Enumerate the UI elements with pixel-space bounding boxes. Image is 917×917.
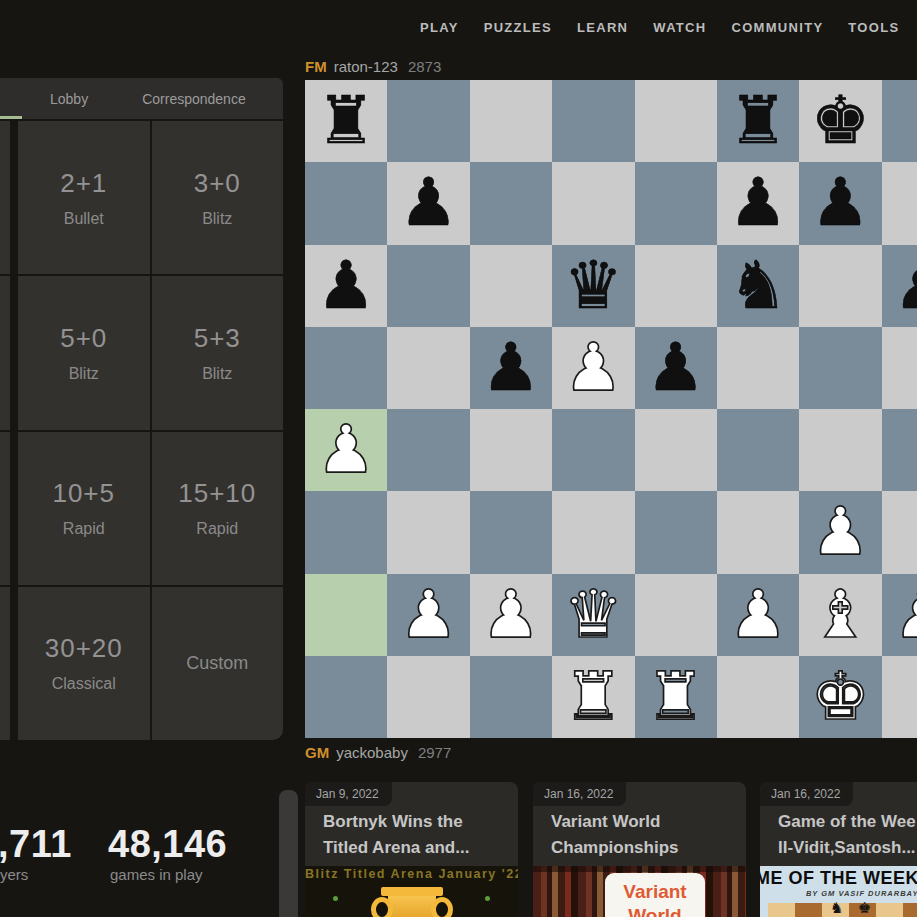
black-rook[interactable]: ♜: [317, 88, 376, 154]
square-a5[interactable]: [305, 327, 387, 409]
white-bishop[interactable]: ♝: [811, 582, 870, 648]
square-e8[interactable]: [635, 80, 717, 162]
square-e7[interactable]: [635, 162, 717, 244]
news-title[interactable]: Bortnyk Wins the Titled Arena and...: [323, 809, 514, 860]
news-date-badge: Jan 16, 2022: [760, 782, 853, 806]
white-rook[interactable]: ♜: [564, 664, 623, 730]
player-bottom-name[interactable]: yackobaby: [336, 744, 408, 761]
square-e3[interactable]: [635, 491, 717, 573]
pool-perf: Rapid: [196, 520, 238, 538]
square-b4[interactable]: [387, 409, 469, 491]
square-b5[interactable]: [387, 327, 469, 409]
top-nav: PLAYPUZZLESLEARNWATCHCOMMUNITYTOOLS: [420, 20, 899, 35]
square-a3[interactable]: [305, 491, 387, 573]
news-title[interactable]: Variant World Championships: [551, 809, 742, 860]
square-b6[interactable]: [387, 245, 469, 327]
black-knight[interactable]: ♞: [728, 253, 787, 319]
nav-play[interactable]: PLAY: [420, 20, 459, 35]
nav-watch[interactable]: WATCH: [653, 20, 706, 35]
banner-subtext: BY GM VASIF DURARBAYLI: [760, 889, 917, 898]
news-title[interactable]: Game of the Wee II-Vidit,Santosh...: [778, 809, 917, 860]
pool-time: 30+20: [45, 633, 123, 664]
square-c2[interactable]: ♟: [470, 574, 552, 656]
white-king[interactable]: ♚: [811, 664, 870, 730]
player-bottom: GM yackobaby 2977: [305, 744, 451, 761]
square-c4[interactable]: [470, 409, 552, 491]
square-g7[interactable]: ♟: [799, 162, 881, 244]
player-bottom-title-badge: GM: [305, 744, 329, 761]
news-image-bookshelf: Variant World: [533, 866, 746, 917]
pool-button-5-0[interactable]: 5+0Blitz: [18, 276, 150, 429]
square-f5[interactable]: [717, 327, 799, 409]
square-f4[interactable]: [717, 409, 799, 491]
square-e5[interactable]: ♟: [635, 327, 717, 409]
pool-button-10-5[interactable]: 10+5Rapid: [18, 432, 150, 585]
page: PLAYPUZZLESLEARNWATCHCOMMUNITYTOOLS FM r…: [0, 0, 917, 917]
square-d6[interactable]: ♛: [552, 245, 634, 327]
pool-time: 5+0: [60, 323, 107, 354]
pool-button-custom[interactable]: Custom: [152, 587, 284, 740]
white-pawn[interactable]: ♟: [399, 582, 458, 648]
black-pawn[interactable]: ♟: [481, 335, 540, 401]
nav-community[interactable]: COMMUNITY: [732, 20, 824, 35]
square-b7[interactable]: ♟: [387, 162, 469, 244]
games-count-label: games in play: [110, 866, 203, 883]
player-top-name[interactable]: raton-123: [334, 58, 398, 75]
square-g8[interactable]: ♚: [799, 80, 881, 162]
banner-text: Blitz Titled Arena January '22: [305, 867, 518, 881]
news-date-badge: Jan 9, 2022: [305, 782, 392, 806]
black-knight-icon: ♞: [830, 899, 843, 917]
pool-time: 3+0: [194, 168, 241, 199]
square-d7[interactable]: [552, 162, 634, 244]
pool-button-15-10[interactable]: 15+10Rapid: [152, 432, 284, 585]
nav-puzzles[interactable]: PUZZLES: [484, 20, 552, 35]
square-f1[interactable]: [717, 656, 799, 738]
pool-button-partial[interactable]: [0, 432, 10, 585]
news-image-trophy: Blitz Titled Arena January '22: [305, 866, 518, 917]
square-g1[interactable]: ♚: [799, 656, 881, 738]
square-b3[interactable]: [387, 491, 469, 573]
pool-button-partial[interactable]: [0, 276, 10, 429]
square-a2[interactable]: [305, 574, 387, 656]
confetti-dot: [333, 896, 338, 901]
news-card-game-of-week[interactable]: Game of the Wee II-Vidit,Santosh... ME O…: [760, 782, 917, 917]
black-queen[interactable]: ♛: [564, 253, 623, 319]
players-count-label: yers: [0, 866, 28, 883]
games-count: 48,146: [108, 823, 227, 866]
square-a8[interactable]: ♜: [305, 80, 387, 162]
square-f2[interactable]: ♟: [717, 574, 799, 656]
square-f3[interactable]: [717, 491, 799, 573]
pool-button-5-3[interactable]: 5+3Blitz: [152, 276, 284, 429]
tab-correspondence[interactable]: Correspondence: [142, 91, 246, 107]
pool-button-partial[interactable]: [0, 587, 10, 740]
square-f7[interactable]: ♟: [717, 162, 799, 244]
quick-pairing-grid: 2+1Bullet3+0Blitz5+0Blitz5+3Blitz10+5Rap…: [18, 121, 283, 740]
black-pawn[interactable]: ♟: [399, 170, 458, 236]
black-pawn[interactable]: ♟: [646, 335, 705, 401]
news-card-bortnyk[interactable]: Bortnyk Wins the Titled Arena and... Bli…: [305, 782, 518, 917]
square-g5[interactable]: [799, 327, 881, 409]
mini-chessboard-illustration: ♞ ♚: [768, 903, 917, 917]
square-b2[interactable]: ♟: [387, 574, 469, 656]
pool-perf: Blitz: [202, 210, 232, 228]
player-top-title-badge: FM: [305, 58, 327, 75]
pool-time: 15+10: [178, 478, 256, 509]
pool-perf: Blitz: [69, 365, 99, 383]
pool-button-3-0[interactable]: 3+0Blitz: [152, 121, 284, 274]
white-pawn[interactable]: ♟: [893, 582, 917, 648]
square-d8[interactable]: [552, 80, 634, 162]
square-f6[interactable]: ♞: [717, 245, 799, 327]
square-c1[interactable]: [470, 656, 552, 738]
pool-custom-label: Custom: [186, 653, 248, 674]
white-pawn[interactable]: ♟: [811, 499, 870, 565]
square-d4[interactable]: [552, 409, 634, 491]
square-h4[interactable]: [882, 409, 917, 491]
player-bottom-rating: 2977: [418, 744, 451, 761]
black-rook[interactable]: ♜: [728, 88, 787, 154]
active-tab-indicator: [0, 116, 22, 119]
player-top: FM raton-123 2873: [305, 58, 441, 75]
black-pawn[interactable]: ♟: [317, 253, 376, 319]
square-d5[interactable]: ♟: [552, 327, 634, 409]
square-g2[interactable]: ♝: [799, 574, 881, 656]
square-e1[interactable]: ♜: [635, 656, 717, 738]
black-king[interactable]: ♚: [811, 88, 870, 154]
square-h6[interactable]: ♟: [882, 245, 917, 327]
pool-perf: Bullet: [64, 210, 104, 228]
square-c8[interactable]: [470, 80, 552, 162]
variant-card-illustration: Variant World: [605, 873, 705, 917]
square-a7[interactable]: [305, 162, 387, 244]
square-b1[interactable]: [387, 656, 469, 738]
square-f8[interactable]: ♜: [717, 80, 799, 162]
square-g6[interactable]: [799, 245, 881, 327]
pool-time: 10+5: [52, 478, 115, 509]
square-g4[interactable]: [799, 409, 881, 491]
nav-learn[interactable]: LEARN: [577, 20, 628, 35]
square-h5[interactable]: [882, 327, 917, 409]
square-h2[interactable]: ♟: [882, 574, 917, 656]
banner-text: ME OF THE WEEK: [760, 868, 917, 889]
square-h8[interactable]: [882, 80, 917, 162]
square-a1[interactable]: [305, 656, 387, 738]
trophy-illustration: [370, 887, 454, 917]
pool-button-2-1[interactable]: 2+1Bullet: [18, 121, 150, 274]
news-date-badge: Jan 16, 2022: [533, 782, 626, 806]
pool-time: 5+3: [194, 323, 241, 354]
white-queen[interactable]: ♛: [564, 582, 623, 648]
players-count: ,711: [0, 823, 72, 866]
square-h3[interactable]: [882, 491, 917, 573]
black-pawn[interactable]: ♟: [811, 170, 870, 236]
square-d1[interactable]: ♜: [552, 656, 634, 738]
square-c5[interactable]: ♟: [470, 327, 552, 409]
square-a4[interactable]: ♟: [305, 409, 387, 491]
tab-lobby[interactable]: Lobby: [50, 91, 88, 107]
black-pawn[interactable]: ♟: [728, 170, 787, 236]
square-c6[interactable]: [470, 245, 552, 327]
square-e2[interactable]: [635, 574, 717, 656]
player-top-rating: 2873: [408, 58, 441, 75]
black-king-icon: ♚: [858, 899, 871, 917]
black-pawn[interactable]: ♟: [893, 253, 917, 319]
news-card-partial[interactable]: [279, 790, 298, 917]
square-b8[interactable]: [387, 80, 469, 162]
pool-column-partial: [0, 121, 10, 740]
pool-perf: Classical: [52, 675, 116, 693]
square-d3[interactable]: [552, 491, 634, 573]
square-e4[interactable]: [635, 409, 717, 491]
square-d2[interactable]: ♛: [552, 574, 634, 656]
pool-button-30-20[interactable]: 30+20Classical: [18, 587, 150, 740]
nav-tools[interactable]: TOOLS: [848, 20, 899, 35]
white-pawn[interactable]: ♟: [728, 582, 787, 648]
white-pawn[interactable]: ♟: [564, 335, 623, 401]
square-g3[interactable]: ♟: [799, 491, 881, 573]
white-pawn[interactable]: ♟: [317, 417, 376, 483]
pool-time: 2+1: [60, 168, 107, 199]
pool-perf: Rapid: [63, 520, 105, 538]
square-a6[interactable]: ♟: [305, 245, 387, 327]
pool-perf: Blitz: [202, 365, 232, 383]
confetti-dot: [485, 896, 490, 901]
pool-button-partial[interactable]: [0, 121, 10, 274]
square-h1[interactable]: [882, 656, 917, 738]
chess-board: ♜♜♚♟♟♟♟♛♞♟♟♟♟♟♟♟♟♛♟♝♟♜♜♚: [305, 80, 917, 738]
white-rook[interactable]: ♜: [646, 664, 705, 730]
news-image-game-of-week: ME OF THE WEEK BY GM VASIF DURARBAYLI ♞ …: [760, 866, 917, 917]
white-pawn[interactable]: ♟: [481, 582, 540, 648]
square-h7[interactable]: [882, 162, 917, 244]
square-c7[interactable]: [470, 162, 552, 244]
lobby-tab-bar: Lobby Correspondence: [0, 78, 283, 119]
square-c3[interactable]: [470, 491, 552, 573]
news-card-variant[interactable]: Variant World Championships Variant Worl…: [533, 782, 746, 917]
square-e6[interactable]: [635, 245, 717, 327]
